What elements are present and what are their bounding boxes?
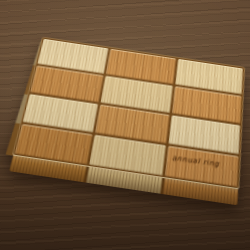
cutting-board: annual ring	[16, 29, 250, 204]
brand-text: annual ring	[171, 155, 219, 168]
table-surface: annual ring	[0, 0, 250, 250]
cutting-board-keystone: annual ring	[8, 37, 245, 206]
